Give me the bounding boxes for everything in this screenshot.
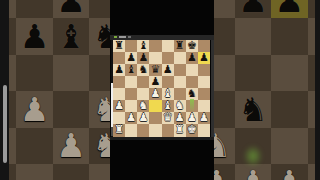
- square-f6[interactable]: [174, 64, 186, 76]
- piece-black-pawn-e6[interactable]: ♟: [162, 64, 174, 76]
- square-h7[interactable]: ♟: [198, 52, 210, 64]
- square-b4[interactable]: [125, 88, 137, 100]
- square-h5[interactable]: [198, 76, 210, 88]
- square-b6[interactable]: ♝: [125, 64, 137, 76]
- piece-white-pawn-b2[interactable]: ♟: [125, 112, 137, 124]
- square-d2[interactable]: [149, 112, 161, 124]
- background-square: [271, 18, 307, 54]
- square-b5[interactable]: [125, 76, 137, 88]
- piece-white-pawn-a3[interactable]: ♟: [113, 100, 125, 112]
- chess-board[interactable]: ♜♝♜♚♟♟♟♟♟♝♞♛♟♟♟♝♞♟♞♝♞♟♟♛♟♟♟♜♜♚: [113, 40, 210, 137]
- background-square: [53, 164, 89, 180]
- background-square: [16, 164, 52, 180]
- background-piece-black-pawn: ♟: [53, 0, 89, 18]
- background-piece-black-pawn: ♟: [235, 0, 271, 18]
- square-a7[interactable]: [113, 52, 125, 64]
- square-e2[interactable]: ♛: [162, 112, 174, 124]
- background-square: [53, 55, 89, 91]
- square-d1[interactable]: [149, 124, 161, 136]
- piece-white-queen-e2[interactable]: ♛: [162, 112, 174, 124]
- square-g1[interactable]: ♚: [186, 124, 198, 136]
- square-c8[interactable]: ♝: [137, 40, 149, 52]
- titlebar-text-mark: [119, 36, 126, 38]
- square-f5[interactable]: [174, 76, 186, 88]
- square-c6[interactable]: ♞: [137, 64, 149, 76]
- piece-black-pawn-g7[interactable]: ♟: [186, 52, 198, 64]
- piece-black-bishop-b6[interactable]: ♝: [125, 64, 137, 76]
- square-d7[interactable]: [149, 52, 161, 64]
- square-c5[interactable]: [137, 76, 149, 88]
- background-piece-white-pawn: ♟: [53, 128, 89, 164]
- piece-black-pawn-h7[interactable]: ♟: [198, 52, 210, 64]
- piece-black-knight-c6[interactable]: ♞: [137, 64, 149, 76]
- piece-white-pawn-h2[interactable]: ♟: [198, 112, 210, 124]
- square-f8[interactable]: ♜: [174, 40, 186, 52]
- piece-black-pawn-c7[interactable]: ♟: [137, 52, 149, 64]
- square-c7[interactable]: ♟: [137, 52, 149, 64]
- piece-black-pawn-a6[interactable]: ♟: [113, 64, 125, 76]
- background-green-glow: [240, 141, 266, 171]
- square-b1[interactable]: [125, 124, 137, 136]
- square-h6[interactable]: [198, 64, 210, 76]
- piece-white-pawn-c2[interactable]: ♟: [137, 112, 149, 124]
- background-square: [16, 55, 52, 91]
- background-piece-black-bishop: ♝: [53, 18, 89, 54]
- square-g8[interactable]: ♚: [186, 40, 198, 52]
- square-a8[interactable]: ♜: [113, 40, 125, 52]
- board-right-scrollbar[interactable]: [211, 40, 214, 137]
- background-piece-black-pawn: ♟: [16, 18, 52, 54]
- square-b7[interactable]: ♟: [125, 52, 137, 64]
- piece-black-bishop-c8[interactable]: ♝: [137, 40, 149, 52]
- background-square: [271, 55, 307, 91]
- piece-black-rook-f8[interactable]: ♜: [174, 40, 186, 52]
- square-h8[interactable]: [198, 40, 210, 52]
- screenshot-frame: ♟♟♝♞♟♞♟♞♟♟♞♞♟♟♟ ♜♝♜♚♟♟♟♟♟♝♞♛♟♟♟♝♞♟♞♝♞♟♟♛…: [0, 0, 320, 180]
- square-h1[interactable]: [198, 124, 210, 136]
- right-edge-strip: [315, 0, 320, 180]
- background-piece-white-pawn: ♟: [16, 91, 52, 127]
- square-d4[interactable]: ♟: [149, 88, 161, 100]
- square-d3[interactable]: [149, 100, 161, 112]
- square-h4[interactable]: [198, 88, 210, 100]
- background-square: [16, 0, 52, 18]
- piece-white-pawn-d4[interactable]: ♟: [149, 88, 161, 100]
- square-e7[interactable]: [162, 52, 174, 64]
- square-a5[interactable]: [113, 76, 125, 88]
- square-c2[interactable]: ♟: [137, 112, 149, 124]
- square-b2[interactable]: ♟: [125, 112, 137, 124]
- piece-white-king-g1[interactable]: ♚: [186, 124, 198, 136]
- square-f7[interactable]: [174, 52, 186, 64]
- background-square: [235, 55, 271, 91]
- square-c1[interactable]: [137, 124, 149, 136]
- square-d8[interactable]: [149, 40, 161, 52]
- square-a6[interactable]: ♟: [113, 64, 125, 76]
- background-piece-white-pawn: ♟: [271, 164, 307, 180]
- piece-black-king-g8[interactable]: ♚: [186, 40, 198, 52]
- green-move-marker: [190, 99, 194, 112]
- background-square: [271, 128, 307, 164]
- square-h2[interactable]: ♟: [198, 112, 210, 124]
- square-g7[interactable]: ♟: [186, 52, 198, 64]
- background-piece-black-pawn: ♟: [271, 0, 307, 18]
- square-g6[interactable]: [186, 64, 198, 76]
- piece-white-rook-a1[interactable]: ♜: [113, 124, 125, 136]
- square-a1[interactable]: ♜: [113, 124, 125, 136]
- square-e8[interactable]: [162, 40, 174, 52]
- square-e1[interactable]: [162, 124, 174, 136]
- titlebar-text-mark: [128, 36, 131, 38]
- background-square: [16, 128, 52, 164]
- piece-white-rook-f1[interactable]: ♜: [174, 124, 186, 136]
- square-e6[interactable]: ♟: [162, 64, 174, 76]
- background-square: [53, 91, 89, 127]
- chess-app-window: ♜♝♜♚♟♟♟♟♟♝♞♛♟♟♟♝♞♟♞♝♞♟♟♛♟♟♟♜♜♚: [110, 0, 214, 180]
- square-b8[interactable]: [125, 40, 137, 52]
- square-f1[interactable]: ♜: [174, 124, 186, 136]
- piece-black-pawn-b7[interactable]: ♟: [125, 52, 137, 64]
- background-square: [271, 91, 307, 127]
- left-scrollbar[interactable]: [3, 85, 7, 163]
- piece-black-rook-a8[interactable]: ♜: [113, 40, 125, 52]
- window-bottom-bar: [110, 137, 214, 141]
- titlebar-icon: [114, 36, 117, 38]
- background-piece-black-knight: ♞: [235, 91, 271, 127]
- square-a3[interactable]: ♟: [113, 100, 125, 112]
- background-square: [235, 18, 271, 54]
